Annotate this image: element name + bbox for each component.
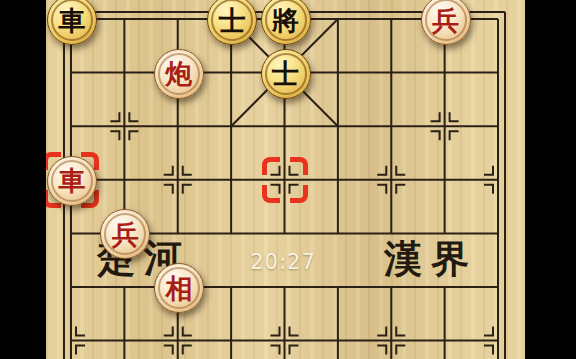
game-clock: 20:27 <box>240 250 326 274</box>
piece-glyph: 兵 <box>112 221 139 248</box>
river-label-han-jie: 漢界 <box>384 239 478 279</box>
red-chariot-piece[interactable]: 車 <box>47 156 97 206</box>
black-advisor-piece[interactable]: 士 <box>261 49 311 99</box>
piece-glyph: 士 <box>219 7 246 34</box>
piece-glyph: 車 <box>59 7 86 34</box>
move-origin-marker <box>262 157 308 203</box>
piece-glyph: 將 <box>272 7 299 34</box>
game-screen: 楚河 漢界 20:27 車士將兵炮士車兵相 <box>0 0 576 359</box>
letterbox-left <box>0 0 46 359</box>
piece-glyph: 相 <box>165 275 192 302</box>
piece-glyph: 士 <box>272 60 299 87</box>
bracket-corner <box>262 185 280 203</box>
bracket-corner <box>290 157 308 175</box>
piece-glyph: 兵 <box>432 7 459 34</box>
piece-glyph: 車 <box>59 167 86 194</box>
piece-glyph: 炮 <box>165 60 192 87</box>
bracket-corner <box>290 185 308 203</box>
bracket-corner <box>262 157 280 175</box>
letterbox-right <box>525 0 576 359</box>
red-elephant-piece[interactable]: 相 <box>154 263 204 313</box>
red-cannon-piece[interactable]: 炮 <box>154 49 204 99</box>
black-general-piece[interactable]: 將 <box>261 0 311 45</box>
